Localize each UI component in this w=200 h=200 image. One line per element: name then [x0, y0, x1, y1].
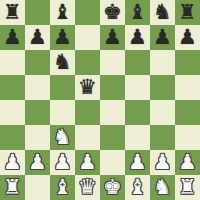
piece-black-pawn[interactable]: ♟	[153, 25, 172, 50]
piece-white-rook[interactable]: ♜	[3, 175, 22, 200]
square-f1[interactable]: ♝	[125, 175, 150, 200]
piece-white-pawn[interactable]: ♟	[178, 150, 197, 175]
square-b3[interactable]	[25, 125, 50, 150]
square-f6[interactable]	[125, 50, 150, 75]
piece-black-king[interactable]: ♚	[103, 0, 122, 25]
square-a6[interactable]	[0, 50, 25, 75]
piece-black-rook[interactable]: ♜	[178, 0, 197, 25]
square-f7[interactable]: ♟	[125, 25, 150, 50]
square-c4[interactable]	[50, 100, 75, 125]
square-c8[interactable]: ♝	[50, 0, 75, 25]
piece-black-knight[interactable]: ♞	[53, 50, 72, 75]
piece-white-king[interactable]: ♚	[103, 175, 122, 200]
piece-white-rook[interactable]: ♜	[178, 175, 197, 200]
square-f2[interactable]: ♟	[125, 150, 150, 175]
square-f4[interactable]	[125, 100, 150, 125]
square-d8[interactable]	[75, 0, 100, 25]
piece-black-queen[interactable]: ♛	[78, 75, 97, 100]
square-c1[interactable]: ♝	[50, 175, 75, 200]
square-g4[interactable]	[150, 100, 175, 125]
square-c3[interactable]: ♞	[50, 125, 75, 150]
piece-white-bishop[interactable]: ♝	[53, 175, 72, 200]
piece-white-pawn[interactable]: ♟	[53, 150, 72, 175]
square-g5[interactable]	[150, 75, 175, 100]
square-a5[interactable]	[0, 75, 25, 100]
piece-white-pawn[interactable]: ♟	[78, 150, 97, 175]
square-h5[interactable]	[175, 75, 200, 100]
square-c7[interactable]: ♟	[50, 25, 75, 50]
square-g2[interactable]: ♟	[150, 150, 175, 175]
square-a2[interactable]: ♟	[0, 150, 25, 175]
square-d5[interactable]: ♛	[75, 75, 100, 100]
piece-black-pawn[interactable]: ♟	[28, 25, 47, 50]
square-h7[interactable]: ♟	[175, 25, 200, 50]
square-b4[interactable]	[25, 100, 50, 125]
square-d4[interactable]	[75, 100, 100, 125]
square-g1[interactable]: ♞	[150, 175, 175, 200]
square-b2[interactable]: ♟	[25, 150, 50, 175]
square-h6[interactable]	[175, 50, 200, 75]
piece-black-pawn[interactable]: ♟	[3, 25, 22, 50]
square-f3[interactable]	[125, 125, 150, 150]
piece-white-pawn[interactable]: ♟	[128, 150, 147, 175]
square-e7[interactable]: ♟	[100, 25, 125, 50]
piece-black-pawn[interactable]: ♟	[128, 25, 147, 50]
square-h3[interactable]	[175, 125, 200, 150]
square-b8[interactable]	[25, 0, 50, 25]
piece-white-bishop[interactable]: ♝	[128, 175, 147, 200]
square-d1[interactable]: ♛	[75, 175, 100, 200]
chess-board: ♜♝♚♝♞♜♟♟♟♟♟♟♟♞♛♞♟♟♟♟♟♟♟♜♝♛♚♝♞♜	[0, 0, 200, 200]
square-e4[interactable]	[100, 100, 125, 125]
piece-white-knight[interactable]: ♞	[153, 175, 172, 200]
square-e5[interactable]	[100, 75, 125, 100]
square-e8[interactable]: ♚	[100, 0, 125, 25]
square-e3[interactable]	[100, 125, 125, 150]
square-c5[interactable]	[50, 75, 75, 100]
piece-black-bishop[interactable]: ♝	[53, 0, 72, 25]
square-c6[interactable]: ♞	[50, 50, 75, 75]
square-b7[interactable]: ♟	[25, 25, 50, 50]
piece-black-bishop[interactable]: ♝	[128, 0, 147, 25]
square-g6[interactable]	[150, 50, 175, 75]
square-d6[interactable]	[75, 50, 100, 75]
square-a8[interactable]: ♜	[0, 0, 25, 25]
square-e1[interactable]: ♚	[100, 175, 125, 200]
square-d3[interactable]	[75, 125, 100, 150]
square-d2[interactable]: ♟	[75, 150, 100, 175]
square-b6[interactable]	[25, 50, 50, 75]
piece-black-pawn[interactable]: ♟	[103, 25, 122, 50]
piece-black-pawn[interactable]: ♟	[53, 25, 72, 50]
square-a1[interactable]: ♜	[0, 175, 25, 200]
square-b1[interactable]	[25, 175, 50, 200]
piece-white-pawn[interactable]: ♟	[3, 150, 22, 175]
square-g7[interactable]: ♟	[150, 25, 175, 50]
square-a3[interactable]	[0, 125, 25, 150]
piece-white-pawn[interactable]: ♟	[153, 150, 172, 175]
piece-black-knight[interactable]: ♞	[153, 0, 172, 25]
piece-white-pawn[interactable]: ♟	[28, 150, 47, 175]
square-f5[interactable]	[125, 75, 150, 100]
square-a7[interactable]: ♟	[0, 25, 25, 50]
square-b5[interactable]	[25, 75, 50, 100]
square-d7[interactable]	[75, 25, 100, 50]
square-g3[interactable]	[150, 125, 175, 150]
square-f8[interactable]: ♝	[125, 0, 150, 25]
square-a4[interactable]	[0, 100, 25, 125]
square-c2[interactable]: ♟	[50, 150, 75, 175]
square-h2[interactable]: ♟	[175, 150, 200, 175]
piece-white-knight[interactable]: ♞	[53, 125, 72, 150]
square-h8[interactable]: ♜	[175, 0, 200, 25]
square-h4[interactable]	[175, 100, 200, 125]
square-g8[interactable]: ♞	[150, 0, 175, 25]
piece-black-rook[interactable]: ♜	[3, 0, 22, 25]
square-e6[interactable]	[100, 50, 125, 75]
square-e2[interactable]	[100, 150, 125, 175]
piece-black-pawn[interactable]: ♟	[178, 25, 197, 50]
square-h1[interactable]: ♜	[175, 175, 200, 200]
piece-white-queen[interactable]: ♛	[78, 175, 97, 200]
